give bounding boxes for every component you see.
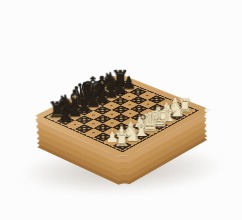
product-photo-scene: ♜♞♝♛♚♝♞♜♟♟♟♟♟♟♟♟♟♟♟♟♟♟♟♟♜♞♝♛♚♝♞♜ (0, 0, 242, 220)
board-3d: ♜♞♝♛♚♝♞♜♟♟♟♟♟♟♟♟♟♟♟♟♟♟♟♟♜♞♝♛♚♝♞♜ (31, 73, 212, 159)
